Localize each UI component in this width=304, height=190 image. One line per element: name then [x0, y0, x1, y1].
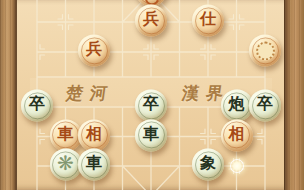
piece-black-soldier[interactable]: 卒 [249, 89, 281, 121]
piece-label: 象 [200, 155, 216, 171]
piece-label: 卒 [143, 96, 159, 112]
wood-grain [284, 0, 304, 190]
move-indicator-dot [230, 159, 244, 173]
piece-label: 兵 [143, 11, 159, 27]
wood-frame-left [0, 0, 17, 190]
piece-red-elephant[interactable]: 相 [78, 119, 110, 151]
piece-red-hidden[interactable] [249, 34, 281, 66]
piece-label: 車 [143, 126, 159, 142]
piece-label: 炮 [229, 96, 245, 112]
wood-frame-right [284, 0, 304, 190]
piece-black-chariot[interactable]: 車 [135, 119, 167, 151]
piece-black-elephant[interactable]: 象 [192, 148, 224, 180]
piece-label: 車 [58, 126, 74, 142]
piece-label: ❋ [57, 153, 74, 173]
piece-red-advisor[interactable]: 仕 [192, 4, 224, 36]
piece-black-chariot[interactable]: 車 [78, 148, 110, 180]
piece-black-hidden[interactable]: ❋ [50, 148, 82, 180]
river-label-chu-he: 楚河 [64, 82, 115, 105]
xiangqi-game-screen: 楚河 漢界 兵仕兵卒卒炮卒車相車相❋車象 [0, 0, 304, 190]
piece-label: 仕 [200, 11, 216, 27]
piece-label: 相 [86, 126, 102, 142]
piece-red-soldier[interactable]: 兵 [135, 4, 167, 36]
piece-black-soldier[interactable]: 卒 [135, 89, 167, 121]
piece-red-elephant[interactable]: 相 [221, 119, 253, 151]
piece-red-chariot[interactable]: 車 [50, 119, 82, 151]
piece-label: 卒 [257, 96, 273, 112]
piece-black-soldier[interactable]: 卒 [21, 89, 53, 121]
piece-label: 相 [229, 126, 245, 142]
piece-label: 兵 [86, 41, 102, 57]
piece-black-cannon[interactable]: 炮 [221, 89, 253, 121]
piece-label: 卒 [29, 96, 45, 112]
piece-label: 車 [86, 155, 102, 171]
piece-red-soldier[interactable]: 兵 [78, 34, 110, 66]
wood-grain [0, 0, 17, 190]
